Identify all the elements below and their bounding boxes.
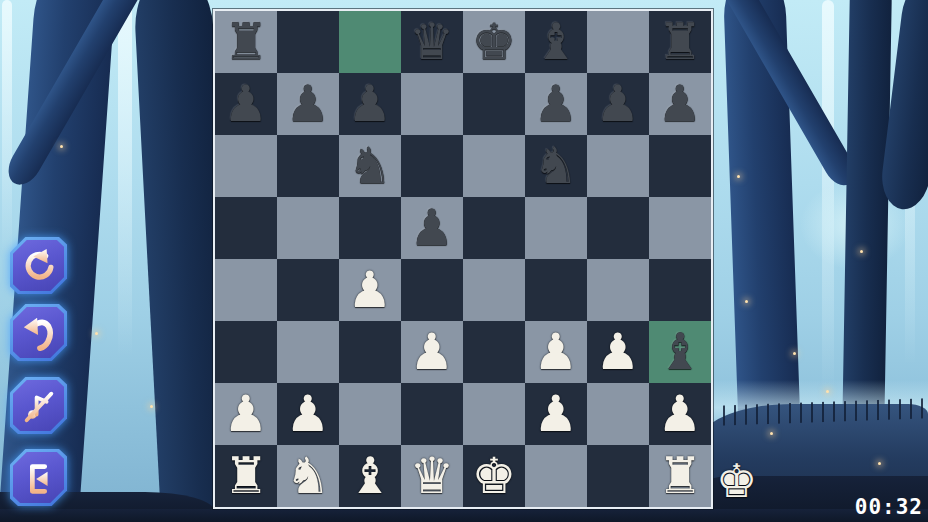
square-c5[interactable] <box>339 197 401 259</box>
piece-black-pawn[interactable]: ♟ <box>348 73 393 135</box>
button-frame <box>10 377 67 434</box>
square-b3[interactable] <box>277 321 339 383</box>
piece-white-knight[interactable]: ♞ <box>286 445 331 507</box>
square-f3[interactable]: ♟ <box>525 321 587 383</box>
piece-white-king[interactable]: ♚ <box>472 445 517 507</box>
firefly <box>770 432 773 435</box>
chess-board[interactable]: ♜♛♚♝♜♟♟♟♟♟♟♞♞♟♟♟♟♟♝♟♟♟♟♜♞♝♛♚♜ <box>213 9 713 509</box>
square-h8[interactable]: ♜ <box>649 11 711 73</box>
piece-white-pawn[interactable]: ♟ <box>348 259 393 321</box>
square-h2[interactable]: ♟ <box>649 383 711 445</box>
piece-white-pawn[interactable]: ♟ <box>534 321 579 383</box>
firefly <box>95 332 98 335</box>
square-g7[interactable]: ♟ <box>587 73 649 135</box>
ground <box>0 509 928 522</box>
piece-black-bishop[interactable]: ♝ <box>658 321 703 383</box>
square-d7[interactable] <box>401 73 463 135</box>
square-c3[interactable] <box>339 321 401 383</box>
piece-black-pawn[interactable]: ♟ <box>286 73 331 135</box>
square-g8[interactable] <box>587 11 649 73</box>
undo-icon <box>20 314 58 352</box>
button-face <box>13 307 64 358</box>
tree-trunk <box>723 0 806 522</box>
square-e1[interactable]: ♚ <box>463 445 525 507</box>
square-c7[interactable]: ♟ <box>339 73 401 135</box>
firefly <box>745 300 748 303</box>
square-a4[interactable] <box>215 259 277 321</box>
square-h7[interactable]: ♟ <box>649 73 711 135</box>
square-b5[interactable] <box>277 197 339 259</box>
square-a7[interactable]: ♟ <box>215 73 277 135</box>
square-f6[interactable]: ♞ <box>525 135 587 197</box>
square-d6[interactable] <box>401 135 463 197</box>
piece-white-pawn[interactable]: ♟ <box>534 383 579 445</box>
piece-white-rook[interactable]: ♜ <box>224 445 269 507</box>
white-king-icon: ♚ <box>716 456 757 506</box>
piece-black-pawn[interactable]: ♟ <box>658 73 703 135</box>
square-f4[interactable] <box>525 259 587 321</box>
square-c6[interactable]: ♞ <box>339 135 401 197</box>
square-e2[interactable] <box>463 383 525 445</box>
grass <box>718 398 928 425</box>
exit-button[interactable] <box>10 449 67 506</box>
button-face <box>13 240 64 291</box>
piece-black-king[interactable]: ♚ <box>472 11 517 73</box>
tree-trunk <box>840 0 892 522</box>
tree-branch <box>2 0 153 191</box>
square-b1[interactable]: ♞ <box>277 445 339 507</box>
undo-button[interactable] <box>10 304 67 361</box>
square-g3[interactable]: ♟ <box>587 321 649 383</box>
restart-button[interactable] <box>10 237 67 294</box>
button-face <box>13 452 64 503</box>
piece-white-pawn[interactable]: ♟ <box>658 383 703 445</box>
button-face <box>13 380 64 431</box>
square-a1[interactable]: ♜ <box>215 445 277 507</box>
firefly <box>60 145 63 148</box>
tree-trunk <box>878 0 928 212</box>
square-a2[interactable]: ♟ <box>215 383 277 445</box>
piece-white-rook[interactable]: ♜ <box>658 445 703 507</box>
square-a3[interactable] <box>215 321 277 383</box>
mist <box>713 380 928 435</box>
piece-white-pawn[interactable]: ♟ <box>224 383 269 445</box>
restart-icon <box>20 247 58 285</box>
button-frame <box>10 237 67 294</box>
sound-off-icon <box>20 387 58 425</box>
square-d1[interactable]: ♛ <box>401 445 463 507</box>
piece-black-pawn[interactable]: ♟ <box>410 197 455 259</box>
square-d3[interactable]: ♟ <box>401 321 463 383</box>
button-frame <box>10 304 67 361</box>
square-h4[interactable] <box>649 259 711 321</box>
square-e4[interactable] <box>463 259 525 321</box>
square-g4[interactable] <box>587 259 649 321</box>
square-g1[interactable] <box>587 445 649 507</box>
piece-white-pawn[interactable]: ♟ <box>596 321 641 383</box>
square-c4[interactable]: ♟ <box>339 259 401 321</box>
piece-black-bishop[interactable]: ♝ <box>534 11 579 73</box>
firefly <box>860 250 863 253</box>
piece-black-knight[interactable]: ♞ <box>348 135 393 197</box>
piece-black-pawn[interactable]: ♟ <box>596 73 641 135</box>
square-g6[interactable] <box>587 135 649 197</box>
light-streak <box>822 0 834 460</box>
firefly <box>737 175 740 178</box>
piece-white-pawn[interactable]: ♟ <box>286 383 331 445</box>
square-a5[interactable] <box>215 197 277 259</box>
light-streak <box>118 0 132 420</box>
light-streak <box>905 0 915 430</box>
square-b7[interactable]: ♟ <box>277 73 339 135</box>
square-h1[interactable]: ♜ <box>649 445 711 507</box>
timer: 00:32 <box>855 495 923 519</box>
square-e3[interactable] <box>463 321 525 383</box>
piece-black-pawn[interactable]: ♟ <box>224 73 269 135</box>
square-e8[interactable]: ♚ <box>463 11 525 73</box>
mute-button[interactable] <box>10 377 67 434</box>
exit-icon <box>20 459 58 497</box>
square-f1[interactable] <box>525 445 587 507</box>
tree-branch <box>717 0 861 191</box>
square-b8[interactable] <box>277 11 339 73</box>
square-a6[interactable] <box>215 135 277 197</box>
square-c1[interactable]: ♝ <box>339 445 401 507</box>
piece-white-bishop[interactable]: ♝ <box>348 445 393 507</box>
square-a8[interactable]: ♜ <box>215 11 277 73</box>
piece-black-pawn[interactable]: ♟ <box>534 73 579 135</box>
square-c8[interactable] <box>339 11 401 73</box>
button-frame <box>10 449 67 506</box>
piece-black-rook[interactable]: ♜ <box>224 11 269 73</box>
square-e6[interactable] <box>463 135 525 197</box>
square-b6[interactable] <box>277 135 339 197</box>
square-d4[interactable] <box>401 259 463 321</box>
square-d2[interactable] <box>401 383 463 445</box>
square-b2[interactable]: ♟ <box>277 383 339 445</box>
square-g5[interactable] <box>587 197 649 259</box>
piece-black-knight[interactable]: ♞ <box>534 135 579 197</box>
square-e5[interactable] <box>463 197 525 259</box>
square-d8[interactable]: ♛ <box>401 11 463 73</box>
firefly <box>878 462 881 465</box>
square-d5[interactable]: ♟ <box>401 197 463 259</box>
square-h3[interactable]: ♝ <box>649 321 711 383</box>
square-h5[interactable] <box>649 197 711 259</box>
square-h6[interactable] <box>649 135 711 197</box>
firefly <box>826 390 829 393</box>
square-f8[interactable]: ♝ <box>525 11 587 73</box>
square-f2[interactable]: ♟ <box>525 383 587 445</box>
square-f7[interactable]: ♟ <box>525 73 587 135</box>
piece-black-queen[interactable]: ♛ <box>410 11 455 73</box>
square-c2[interactable] <box>339 383 401 445</box>
square-b4[interactable] <box>277 259 339 321</box>
firefly <box>793 352 796 355</box>
piece-black-rook[interactable]: ♜ <box>658 11 703 73</box>
foliage <box>800 180 910 270</box>
piece-white-pawn[interactable]: ♟ <box>410 321 455 383</box>
piece-white-queen[interactable]: ♛ <box>410 445 455 507</box>
square-g2[interactable] <box>587 383 649 445</box>
firefly <box>150 405 153 408</box>
square-e7[interactable] <box>463 73 525 135</box>
square-f5[interactable] <box>525 197 587 259</box>
